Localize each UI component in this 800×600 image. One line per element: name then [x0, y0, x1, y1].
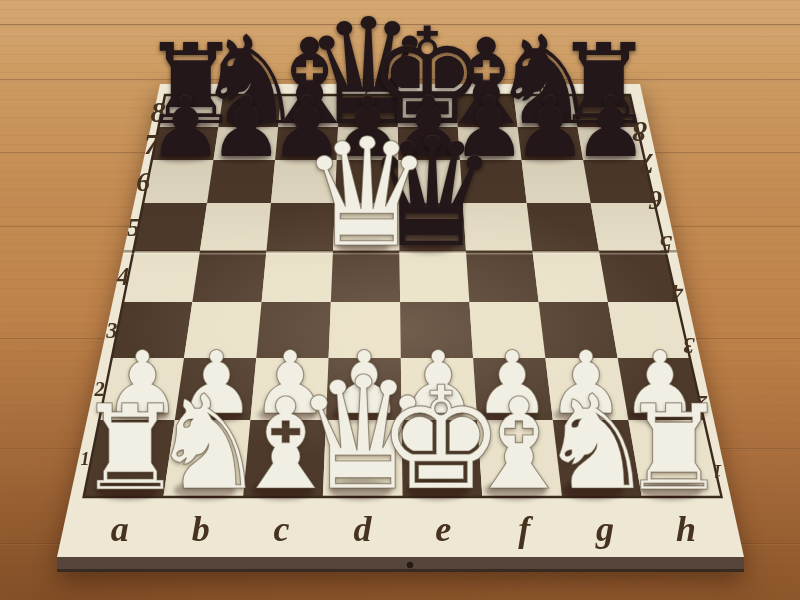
board-front-edge-shadow	[57, 569, 744, 572]
shadow-c7	[280, 153, 329, 162]
rank-label-left-5: 5	[127, 213, 140, 242]
clasp-pin	[407, 562, 413, 568]
shadow-g1	[562, 480, 624, 500]
board-sheen	[125, 195, 675, 465]
rank-label-right-7: 7	[638, 148, 654, 180]
shadow-a1	[96, 480, 158, 500]
rank-label-right-2: 2	[697, 392, 708, 414]
file-label-top-a: a	[191, 83, 198, 98]
rank-label-right-1: 1	[713, 461, 722, 481]
shadow-d1	[329, 480, 391, 500]
shadow-e8	[401, 121, 448, 129]
file-label-bottom-h: h	[676, 509, 696, 549]
shadow-f1	[485, 480, 547, 500]
file-label-bottom-c: c	[274, 509, 290, 549]
shadow-d7	[340, 153, 389, 162]
shadow-b1	[174, 480, 236, 500]
chess-board: 1122334455667788aabbccddeeffgghh	[0, 0, 800, 600]
shadow-h1	[640, 480, 702, 500]
photo-chess-scene: 1122334455667788aabbccddeeffgghh ♜♞♝♛♚♝♞…	[0, 0, 800, 600]
fold-seam	[123, 250, 677, 253]
shadow-b8	[224, 121, 271, 129]
shadow-g2	[553, 407, 612, 423]
shadow-d5	[337, 241, 389, 253]
rank-label-right-8: 8	[632, 116, 647, 149]
shadow-d2	[332, 407, 391, 423]
rank-label-left-4: 4	[116, 263, 129, 290]
rank-label-right-3: 3	[683, 333, 695, 358]
file-label-top-e: e	[423, 83, 429, 98]
file-label-top-c: c	[308, 83, 314, 98]
file-label-top-d: d	[365, 83, 372, 98]
rank-label-left-1: 1	[80, 449, 89, 469]
shadow-f2	[480, 407, 539, 423]
shadow-g8	[519, 121, 566, 129]
rank-label-left-3: 3	[105, 318, 117, 343]
file-label-bottom-a: a	[111, 509, 129, 549]
shadow-e5	[403, 241, 455, 253]
shadow-g7	[523, 153, 572, 162]
shadow-c1	[252, 480, 314, 500]
shadow-a7	[158, 153, 207, 162]
shadow-c2	[258, 407, 317, 423]
rank-label-right-5: 5	[659, 230, 672, 259]
shadow-b2	[184, 407, 243, 423]
shadow-a2	[110, 407, 169, 423]
rank-label-right-4: 4	[671, 280, 684, 307]
rank-label-right-6: 6	[648, 185, 662, 216]
shadow-e2	[406, 407, 465, 423]
file-label-top-h: h	[596, 83, 603, 98]
shadow-f7	[462, 153, 511, 162]
shadow-f8	[460, 121, 507, 129]
file-label-bottom-b: b	[192, 509, 210, 549]
fold-seam-highlight	[123, 253, 678, 255]
file-label-top-g: g	[538, 83, 546, 98]
shadow-d8	[342, 121, 389, 129]
shadow-h7	[583, 153, 632, 162]
shadow-b7	[219, 153, 268, 162]
rank-label-left-6: 6	[136, 166, 150, 197]
file-label-bottom-e: e	[435, 509, 451, 549]
rank-label-left-7: 7	[144, 128, 160, 160]
file-label-bottom-d: d	[353, 509, 372, 549]
rank-label-left-8: 8	[150, 95, 165, 128]
shadow-c8	[283, 121, 330, 129]
shadow-h8	[578, 121, 625, 129]
rank-label-left-2: 2	[93, 378, 104, 400]
file-label-top-b: b	[249, 83, 256, 98]
file-label-bottom-g: g	[595, 509, 614, 549]
shadow-e7	[401, 153, 450, 162]
shadow-h2	[627, 407, 686, 423]
shadow-e1	[407, 480, 469, 500]
shadow-a8	[165, 121, 212, 129]
